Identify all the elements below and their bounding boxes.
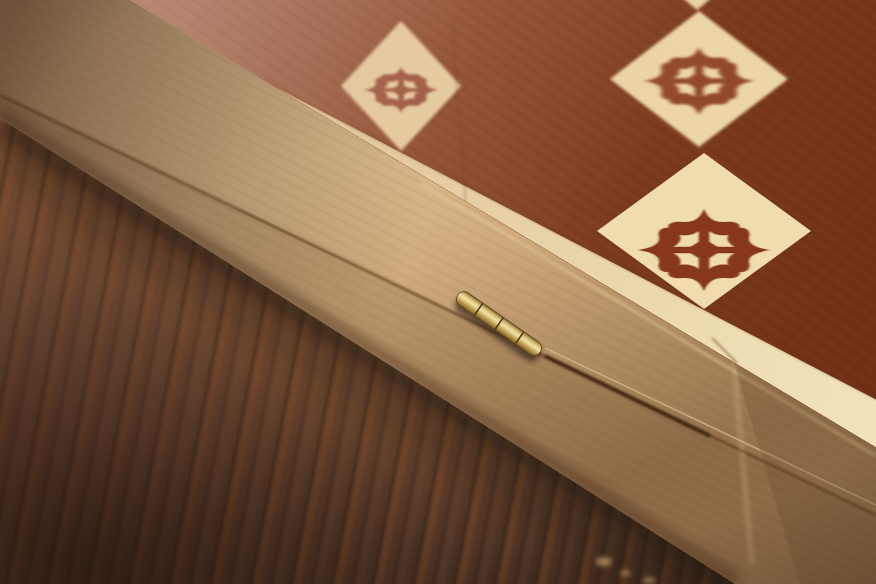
vignette [0, 0, 876, 584]
chess-box-photo [0, 0, 876, 584]
box-render [0, 0, 876, 584]
